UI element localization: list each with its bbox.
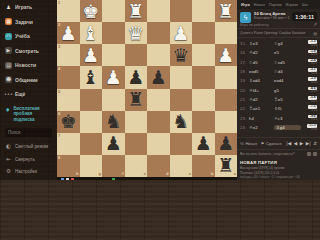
square-b6[interactable] <box>192 111 215 133</box>
rank-label: 1 <box>58 1 60 5</box>
white-pawn-f4: ♟ <box>102 66 125 88</box>
move-eval-group: -9.60:12 <box>308 115 317 122</box>
square-g5[interactable] <box>80 89 103 111</box>
search-input[interactable] <box>8 130 49 135</box>
move-number: 15. <box>240 41 249 46</box>
white-pawn-h2: ♟ <box>57 22 80 44</box>
square-c3[interactable]: ♛ <box>170 44 193 66</box>
square-c1[interactable] <box>170 0 193 22</box>
square-h7[interactable]: 7 <box>57 133 80 155</box>
square-b1[interactable] <box>192 0 215 22</box>
square-h3[interactable]: 3 <box>57 44 80 66</box>
move-row: 16.♕d2e5-1.80:29 <box>237 48 320 57</box>
footer-item-label: Светлый режим <box>15 144 48 149</box>
square-d2[interactable] <box>147 22 170 44</box>
move-eval-group: -3.90:22 <box>308 77 317 84</box>
black-pawn-f7: ♟ <box>102 133 125 155</box>
square-f1[interactable] <box>102 0 125 22</box>
move-number: 20. <box>240 88 249 93</box>
square-f4[interactable]: ♟ <box>102 66 125 88</box>
square-a3[interactable]: ♟ <box>215 44 238 66</box>
share-icon[interactable]: ↗ <box>313 22 317 27</box>
move-number: 21. <box>240 97 249 102</box>
black-move[interactable]: e5 <box>274 50 297 55</box>
учёба-icon: ◠ <box>5 33 12 40</box>
sidebar-item-ещё[interactable]: •••Ещё <box>0 87 57 102</box>
tournament-clock: 1:36:11 <box>292 12 317 21</box>
ещё-icon: ••• <box>5 91 12 98</box>
move-time: 0:10 <box>311 128 317 131</box>
sidebar-item-label: Играть <box>15 4 32 10</box>
sidebar-item-label: Общение <box>15 77 38 83</box>
tab-партии[interactable]: Партии <box>269 3 282 7</box>
game-panel: ИграНоваяПартииИгрокиЧат ϟ 50 Блиц Арена… <box>237 0 320 180</box>
black-move-current[interactable]: ♗g4 <box>274 125 301 130</box>
black-pawn-a7: ♟ <box>215 133 238 155</box>
footer-item-label: Настройки <box>15 169 37 174</box>
square-f5[interactable] <box>102 89 125 111</box>
taskbar-app-icon-0[interactable] <box>61 178 64 180</box>
draw-button[interactable]: ½ Ничья <box>240 141 257 146</box>
black-move[interactable]: ♖e5 <box>274 97 297 102</box>
sidebar-item-новости[interactable]: ▤Новости <box>0 58 57 73</box>
black-pawn-e4: ♟ <box>125 66 148 88</box>
rated-label: Игра по рейтингу <box>240 23 269 27</box>
black-move[interactable]: g5 <box>274 88 297 93</box>
move-row: 17.♘d5♘xd5-2.40:27 <box>237 58 320 67</box>
tab-игроки[interactable]: Игроки <box>286 3 298 7</box>
taskbar-app-icon-3[interactable] <box>112 178 115 180</box>
file-label: h <box>76 172 78 176</box>
настройки-icon: ⚙ <box>5 168 12 175</box>
move-eval-group: -11.30:10 <box>307 124 317 131</box>
opening-name: Queen's Pawn Opening: Catalan Variation <box>240 31 305 35</box>
half-point-icon: ½ <box>240 141 244 146</box>
white-queen-e2: ♛ <box>125 22 148 44</box>
square-f3[interactable] <box>102 44 125 66</box>
square-g1[interactable]: ♚ <box>80 0 103 22</box>
sidebar-item-label: Новости <box>15 62 36 68</box>
move-row: 24.♕e2♗g4-11.30:10 <box>237 123 320 132</box>
file-label: c <box>189 172 191 176</box>
move-time: 0:14 <box>311 109 317 112</box>
resign-button[interactable]: ⚑ Сдаться <box>261 141 282 146</box>
black-move[interactable]: ♗f5 <box>274 106 297 111</box>
search-box[interactable] <box>5 128 52 137</box>
square-c2[interactable]: ♟ <box>170 22 193 44</box>
move-number: 16. <box>240 50 249 55</box>
move-number: 19. <box>240 78 249 83</box>
square-d3[interactable] <box>147 44 170 66</box>
square-h4[interactable]: 4 <box>57 66 80 88</box>
square-a1[interactable]: ♜ <box>215 0 238 22</box>
file-label: e <box>144 172 146 176</box>
move-eval-group: -1.80:29 <box>308 50 317 57</box>
move-time: 0:24 <box>311 72 317 75</box>
file-label: f <box>122 172 123 176</box>
white-rook-e1: ♜ <box>125 0 148 22</box>
book-icon: ▤ <box>313 31 317 36</box>
white-move[interactable]: ♕f4+ <box>249 88 274 93</box>
prev-move-button[interactable]: ◀ <box>294 141 297 146</box>
square-g4[interactable]: ♝ <box>80 66 103 88</box>
blitz-arena-icon: ϟ <box>240 12 251 23</box>
resign-label: Сдаться <box>266 141 281 146</box>
square-g7[interactable] <box>80 133 103 155</box>
move-eval-group: -1.30:31 <box>308 40 317 47</box>
rank-label: 4 <box>58 67 60 71</box>
rank-label: 8 <box>58 156 60 160</box>
sidebar-item-общение[interactable]: ☻Общение <box>0 73 57 88</box>
panel-tabs: ИграНоваяПартииИгрокиЧат <box>237 0 320 9</box>
square-g2[interactable]: ♝ <box>80 22 103 44</box>
move-row: 19.♗xd4exd4-3.90:22 <box>237 76 320 85</box>
sidebar: ♟Играть▦Задачи◠Учёба▶Смотреть▤Новости☻Об… <box>0 0 57 180</box>
move-time: 0:27 <box>311 62 317 65</box>
square-a7[interactable]: ♟ <box>215 133 238 155</box>
square-g3[interactable]: ♟ <box>80 44 103 66</box>
flag-icon: ⚑ <box>261 141 265 146</box>
white-move[interactable]: ♖ae1 <box>249 106 274 111</box>
square-c7[interactable] <box>170 133 193 155</box>
общение-icon: ☻ <box>5 76 12 83</box>
black-knight-c6: ♞ <box>170 111 193 133</box>
last-move-button[interactable]: ▶| <box>306 141 311 146</box>
white-move[interactable]: h4 <box>249 116 274 121</box>
sidebar-footer: ◐Светлый режим⇤Свернуть⚙Настройки <box>0 141 57 179</box>
move-number: 22. <box>240 106 249 111</box>
square-f6[interactable]: ♞ <box>102 111 125 133</box>
footer-item-настройки[interactable]: ⚙Настройки <box>0 166 57 179</box>
move-number: 17. <box>240 60 249 65</box>
square-f2[interactable] <box>102 22 125 44</box>
move-time: 0:19 <box>311 90 317 93</box>
footer-item-светлый-режим[interactable]: ◐Светлый режим <box>0 141 57 154</box>
square-e6[interactable] <box>125 111 148 133</box>
square-a6[interactable] <box>215 111 238 133</box>
светлый-режим-icon: ◐ <box>5 143 12 150</box>
square-a5[interactable] <box>215 89 238 111</box>
move-nav: |◀◀▶▶|⇵ <box>286 141 317 146</box>
white-pawn-g3: ♟ <box>80 44 103 66</box>
file-label: g <box>99 172 101 176</box>
os-taskbar[interactable] <box>57 177 241 180</box>
sidebar-item-label: Ещё <box>15 91 25 97</box>
move-number: 23. <box>240 116 249 121</box>
file-label: a <box>234 172 236 176</box>
opening-row: Queen's Pawn Opening: Catalan Variation … <box>237 28 320 38</box>
rank-label: 3 <box>58 45 60 49</box>
black-pawn-d4: ♟ <box>147 66 170 88</box>
thumbs-up-icon[interactable] <box>307 152 311 156</box>
square-d8[interactable]: d <box>147 155 170 177</box>
square-h2[interactable]: 2♟ <box>57 22 80 44</box>
move-number: 24. <box>240 125 249 130</box>
white-king-g1: ♚ <box>80 0 103 22</box>
square-e1[interactable]: ♜ <box>125 0 148 22</box>
first-move-button[interactable]: |◀ <box>286 141 291 146</box>
tournament-subtitle: Классика • 90 мин • 1 <box>254 16 291 20</box>
black-move[interactable]: ♘g4 <box>274 41 297 46</box>
square-g8[interactable]: g <box>80 155 103 177</box>
move-number: 18. <box>240 69 249 74</box>
tab-игра[interactable]: Игра <box>241 3 250 7</box>
move-time: 0:31 <box>311 44 317 47</box>
square-e4[interactable]: ♟ <box>125 66 148 88</box>
square-e2[interactable]: ♛ <box>125 22 148 44</box>
square-b7[interactable]: ♟ <box>192 133 215 155</box>
square-f8[interactable]: f <box>102 155 125 177</box>
rank-label: 7 <box>58 134 60 138</box>
footer-item-свернуть[interactable]: ⇤Свернуть <box>0 153 57 166</box>
new-game-section: НОВАЯ ПАРТИЯ Васюрнаим (1979) (4) против… <box>237 158 320 180</box>
black-move[interactable]: ♕c3 <box>274 116 297 121</box>
footer-item-label: Свернуть <box>15 157 35 162</box>
square-b3[interactable] <box>192 44 215 66</box>
draw-label: Ничья <box>245 141 256 146</box>
diamond-icon: ♦ <box>5 106 10 113</box>
square-b4[interactable] <box>192 66 215 88</box>
tab-новая[interactable]: Новая <box>254 3 265 7</box>
tab-чат[interactable]: Чат <box>302 3 308 7</box>
move-row: 21.♕d2♖e5-5.80:17 <box>237 95 320 104</box>
sidebar-item-задачи[interactable]: ▦Задачи <box>0 15 57 30</box>
flip-board-button[interactable]: ⇵ <box>313 141 317 146</box>
sidebar-item-играть[interactable]: ♟Играть <box>0 0 57 15</box>
move-row: 15.♗e3♘g4-1.30:31 <box>237 39 320 48</box>
move-row: 23.h4♕c3-9.60:12 <box>237 113 320 122</box>
move-row: 18.exd5♘d4-3.10:24 <box>237 67 320 76</box>
tournament-info: ϟ 50 Блиц Арена Классика • 90 мин • 1 1:… <box>237 9 320 28</box>
square-d6[interactable] <box>147 111 170 133</box>
задачи-icon: ▦ <box>5 18 12 25</box>
square-a8[interactable]: a♜ <box>215 155 238 177</box>
sidebar-item-label: Учёба <box>15 33 30 39</box>
white-move[interactable]: ♕d2 <box>249 97 274 102</box>
смотреть-icon: ▶ <box>5 47 12 54</box>
rating-forecast: победа +30 / ничья −2 / поражение −40 <box>240 175 317 180</box>
game-controls: ½ Ничья ⚑ Сдаться |◀◀▶▶|⇵ <box>237 137 320 149</box>
sidebar-menu: ♟Играть▦Задачи◠Учёба▶Смотреть▤Новости☻Об… <box>0 0 57 102</box>
square-e5[interactable]: ♜ <box>125 89 148 111</box>
white-move[interactable]: exd5 <box>249 69 274 74</box>
новости-icon: ▤ <box>5 62 12 69</box>
move-eval-group: -7.20:14 <box>308 105 317 112</box>
free-trial-label: Бесплатная пробная подписка <box>13 106 49 123</box>
square-d1[interactable] <box>147 0 170 22</box>
free-trial-link[interactable]: ♦ Бесплатная пробная подписка <box>0 102 57 125</box>
rank-label: 2 <box>58 23 60 27</box>
white-move[interactable]: ♘d5 <box>249 60 274 65</box>
move-eval-group: -3.10:24 <box>308 68 317 75</box>
move-eval-group: -2.40:27 <box>308 59 317 66</box>
square-h5[interactable]: 5 <box>57 89 80 111</box>
square-h6[interactable]: 6♚ <box>57 111 80 133</box>
file-label: d <box>166 172 168 176</box>
sidebar-item-смотреть[interactable]: ▶Смотреть <box>0 44 57 59</box>
rank-label: 5 <box>58 90 60 94</box>
black-bishop-g4: ♝ <box>80 66 103 88</box>
move-eval-group: -5.80:17 <box>308 96 317 103</box>
white-move[interactable]: ♕e2 <box>249 125 274 130</box>
square-b2[interactable] <box>192 22 215 44</box>
black-move[interactable]: ♘xd5 <box>274 60 297 65</box>
file-label: b <box>211 172 213 176</box>
chat-message: Вы за кого болеете, спортсмены? <box>240 152 295 156</box>
square-h8[interactable]: 8h <box>57 155 80 177</box>
black-move[interactable]: exd4 <box>274 78 297 83</box>
sidebar-item-учёба[interactable]: ◠Учёба <box>0 29 57 44</box>
white-move[interactable]: ♗e3 <box>249 41 274 46</box>
black-king-h6: ♚ <box>57 111 80 133</box>
играть-icon: ♟ <box>5 4 12 11</box>
move-row: 20.♕f4+g5-4.60:19 <box>237 85 320 94</box>
rank-label: 6 <box>58 112 60 116</box>
sidebar-item-label: Задачи <box>15 19 33 25</box>
square-c4[interactable] <box>170 66 193 88</box>
square-a4[interactable] <box>215 66 238 88</box>
свернуть-icon: ⇤ <box>5 156 12 163</box>
black-knight-f6: ♞ <box>102 111 125 133</box>
square-g6[interactable] <box>80 111 103 133</box>
black-pawn-b7: ♟ <box>192 133 215 155</box>
move-time: 0:29 <box>311 53 317 56</box>
move-list: 15.♗e3♘g4-1.30:3116.♕d2e5-1.80:2917.♘d5♘… <box>237 38 320 137</box>
black-rook-e5: ♜ <box>125 89 148 111</box>
square-d4[interactable]: ♟ <box>147 66 170 88</box>
square-c8[interactable]: c <box>170 155 193 177</box>
move-row: 22.♖ae1♗f5-7.20:14 <box>237 104 320 113</box>
chat-row: Вы за кого болеете, спортсмены? <box>237 149 320 158</box>
black-move[interactable]: ♘d4 <box>274 69 297 74</box>
square-a2[interactable] <box>215 22 238 44</box>
thumbs-down-icon[interactable] <box>313 152 317 156</box>
square-b5[interactable] <box>192 89 215 111</box>
taskbar-app-icon-1[interactable] <box>66 178 69 180</box>
taskbar-app-icon-2[interactable] <box>71 178 74 180</box>
black-queen-c3: ♛ <box>170 44 193 66</box>
square-c5[interactable] <box>170 89 193 111</box>
square-f7[interactable]: ♟ <box>102 133 125 155</box>
square-d7[interactable] <box>147 133 170 155</box>
move-time: 0:17 <box>311 100 317 103</box>
square-b8[interactable]: b <box>192 155 215 177</box>
next-move-button[interactable]: ▶ <box>300 141 303 146</box>
square-c6[interactable]: ♞ <box>170 111 193 133</box>
white-pawn-a3: ♟ <box>215 44 238 66</box>
white-bishop-g2: ♝ <box>80 22 103 44</box>
square-d5[interactable] <box>147 89 170 111</box>
chess-board: 1♚♜♜2♟♝♛♟3♟♛♟4♝♟♟♟5♜6♚♞♞7♟♟♟8hgfedcba♜ <box>57 0 237 177</box>
square-e3[interactable] <box>125 44 148 66</box>
white-move[interactable]: ♕d2 <box>249 50 274 55</box>
move-time: 0:22 <box>311 81 317 84</box>
square-h1[interactable]: 1 <box>57 0 80 22</box>
white-rook-a1: ♜ <box>215 0 238 22</box>
move-time: 0:12 <box>311 118 317 121</box>
sidebar-item-label: Смотреть <box>15 48 39 54</box>
move-eval-group: -4.60:19 <box>308 87 317 94</box>
white-move[interactable]: ♗xd4 <box>249 78 274 83</box>
white-pawn-c2: ♟ <box>170 22 193 44</box>
square-e7[interactable] <box>125 133 148 155</box>
square-e8[interactable]: e <box>125 155 148 177</box>
